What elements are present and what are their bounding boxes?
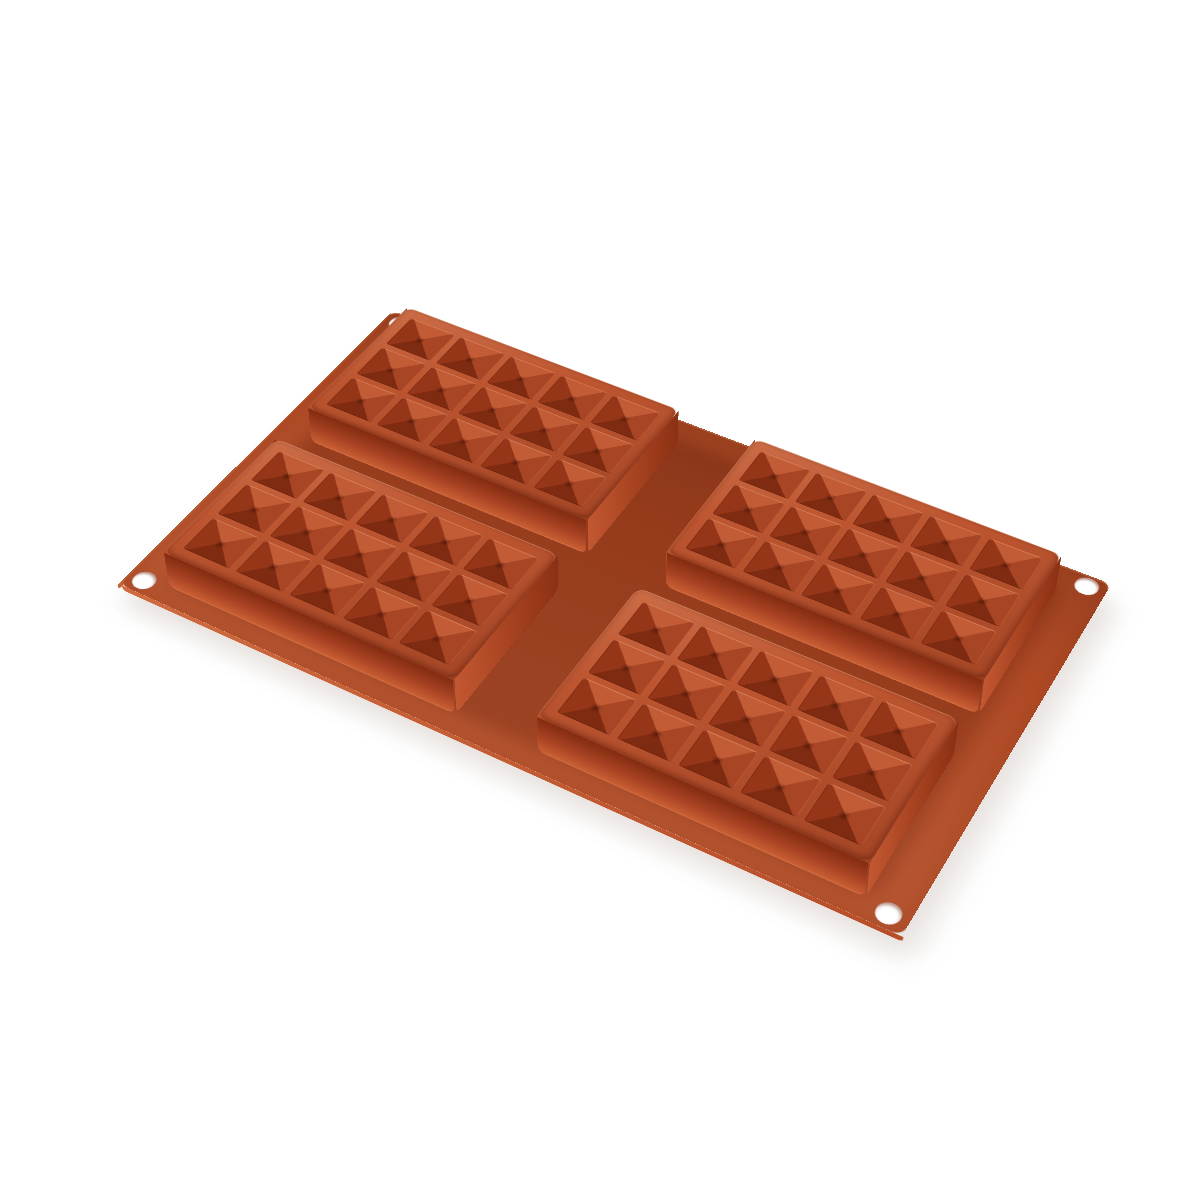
product-photo <box>0 0 1200 1200</box>
corner-hole <box>870 898 906 928</box>
scene <box>0 0 1200 1200</box>
corner-hole <box>127 569 161 592</box>
corner-hole <box>1071 575 1103 599</box>
